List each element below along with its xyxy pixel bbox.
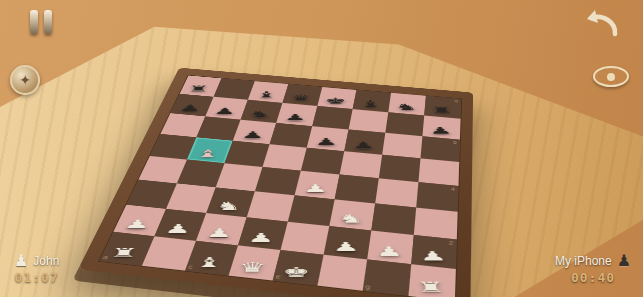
black-bishop-f8[interactable]: ♝: [353, 100, 389, 108]
rank-label-2: 2: [449, 240, 454, 246]
file-label-h: h: [411, 289, 416, 295]
player-white-clock: 01:07: [15, 270, 59, 285]
player-white-row: ♟ John: [14, 253, 59, 269]
player-black-clock: 00:40: [571, 270, 615, 285]
black-pawn-f6[interactable]: ♟: [344, 141, 383, 151]
black-king-e8[interactable]: ♚: [318, 97, 354, 105]
rank-label-4: 4: [451, 187, 455, 192]
square-d3[interactable]: [247, 191, 295, 221]
square-e2[interactable]: [281, 222, 330, 255]
black-pawn-e6[interactable]: ♟: [307, 137, 345, 146]
white-pawn-d2[interactable]: ♟: [239, 232, 282, 244]
white-pawn-g2[interactable]: ♟: [367, 245, 412, 258]
square-f1[interactable]: f: [317, 255, 367, 291]
black-knight-g8[interactable]: ♞: [388, 103, 425, 111]
black-rook-h8[interactable]: ♜: [423, 106, 461, 115]
square-d2[interactable]: ♟: [238, 217, 288, 250]
black-pawn-h7[interactable]: ♟: [421, 126, 460, 135]
rank-label-8: 8: [455, 99, 459, 103]
pause-icon: [44, 10, 52, 34]
square-e1[interactable]: ♚e: [273, 250, 324, 286]
rank-label-7: 7: [454, 119, 458, 123]
square-h1[interactable]: ♜h1: [408, 264, 455, 297]
white-pawn-h2[interactable]: ♟: [410, 250, 456, 263]
black-pawn-d7[interactable]: ♟: [277, 113, 313, 122]
white-pawn-f2[interactable]: ♟: [324, 241, 368, 254]
file-label-g: g: [365, 284, 370, 290]
player-black-panel: My iPhone ♟ 00:40: [555, 253, 631, 285]
white-pawn-e4[interactable]: ♟: [295, 183, 335, 194]
pause-icon: [30, 10, 38, 34]
white-knight-c3[interactable]: ♞: [207, 201, 249, 212]
square-h2[interactable]: ♟2: [411, 235, 457, 269]
square-g2[interactable]: ♟: [367, 230, 414, 264]
pause-button[interactable]: [30, 10, 58, 34]
rank-label-3: 3: [450, 212, 454, 217]
black-pawn-b7[interactable]: ♟: [206, 107, 243, 116]
black-pawn-c6[interactable]: ♟: [234, 131, 272, 140]
rank-label-5: 5: [452, 163, 456, 168]
black-bishop-c8[interactable]: ♝: [249, 91, 284, 99]
square-f2[interactable]: ♟: [324, 226, 372, 259]
eye-pupil: [607, 73, 615, 81]
white-pawn-c2[interactable]: ♟: [197, 227, 241, 239]
view-toggle-button[interactable]: [593, 66, 629, 90]
rank-label-1: 1: [448, 270, 453, 276]
compass-star-icon: ✦: [19, 73, 31, 87]
player-white-name: John: [33, 254, 59, 268]
white-pawn-b2[interactable]: ♟: [155, 223, 199, 235]
player-black-row: My iPhone ♟: [555, 253, 631, 269]
black-queen-d8[interactable]: ♛: [283, 94, 318, 102]
rotate-view-button[interactable]: ✦: [10, 65, 40, 95]
square-g1[interactable]: g: [363, 259, 412, 296]
file-label-f: f: [320, 279, 323, 285]
black-rook-a8[interactable]: ♜: [180, 85, 216, 93]
undo-arrow-icon: [581, 8, 621, 38]
file-label-b: b: [145, 259, 152, 265]
square-e3[interactable]: [288, 195, 335, 226]
chess-app-screen: ♜♝♛♚♝♞♜8♟♟♞♟♟7♟♟♟6♝5♟4♞♞3♟♟♟♟♟♟♟2♜ab♝c♛d…: [0, 0, 643, 297]
black-knight-c7[interactable]: ♞: [241, 110, 277, 119]
player-black-name: My iPhone: [555, 254, 612, 268]
player-white-panel: ♟ John 01:07: [14, 253, 59, 285]
white-bishop-b5[interactable]: ♝: [188, 149, 227, 159]
eye-icon: [593, 66, 629, 87]
rank-label-6: 6: [453, 140, 457, 144]
white-pawn-a2[interactable]: ♟: [114, 219, 159, 231]
white-pawn-icon: ♟: [14, 253, 28, 269]
white-knight-f3[interactable]: ♞: [330, 213, 373, 225]
black-pawn-a7[interactable]: ♟: [171, 104, 208, 113]
black-pawn-icon: ♟: [617, 253, 631, 269]
undo-button[interactable]: [581, 8, 621, 42]
